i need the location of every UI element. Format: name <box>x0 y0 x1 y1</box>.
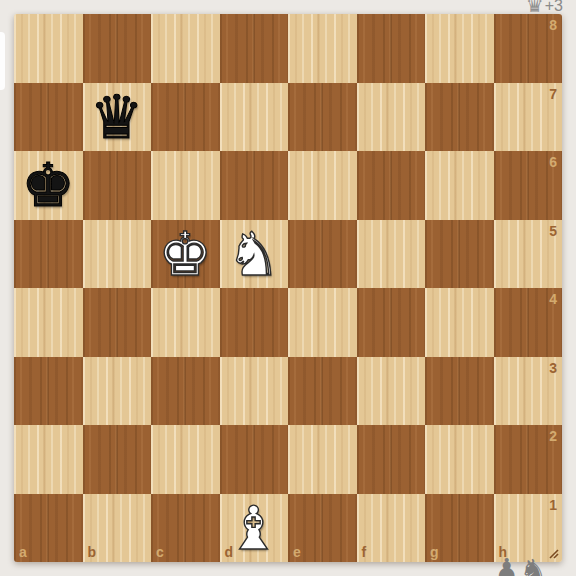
captured-pieces-bottom: ♟ ♞ <box>495 555 548 576</box>
rank-label-6: 6 <box>549 155 557 169</box>
square-f3[interactable] <box>357 357 426 426</box>
queen-icon: ♛ <box>526 0 544 15</box>
square-g8[interactable] <box>425 14 494 83</box>
square-b3[interactable] <box>83 357 152 426</box>
square-c3[interactable] <box>151 357 220 426</box>
black-king[interactable]: ♚ <box>14 151 83 220</box>
rank-label-3: 3 <box>549 361 557 375</box>
square-e6[interactable] <box>288 151 357 220</box>
square-h7[interactable]: 7 <box>494 83 563 152</box>
square-a1[interactable]: a <box>14 494 83 563</box>
pawn-icon: ♟ <box>495 555 518 576</box>
chess-board[interactable]: 8♛7♚6♚♞5432abcd♝efg1h <box>14 14 562 562</box>
rank-label-1: 1 <box>549 498 557 512</box>
square-c6[interactable] <box>151 151 220 220</box>
square-e1[interactable]: e <box>288 494 357 563</box>
square-d7[interactable] <box>220 83 289 152</box>
white-knight[interactable]: ♞ <box>220 220 289 289</box>
material-indicator-top: ♛ +3 <box>526 0 563 15</box>
square-a6[interactable]: ♚ <box>14 151 83 220</box>
square-d1[interactable]: d♝ <box>220 494 289 563</box>
square-h3[interactable]: 3 <box>494 357 563 426</box>
square-b1[interactable]: b <box>83 494 152 563</box>
file-label-a: a <box>19 545 27 559</box>
square-a7[interactable] <box>14 83 83 152</box>
square-d3[interactable] <box>220 357 289 426</box>
square-e3[interactable] <box>288 357 357 426</box>
square-h2[interactable]: 2 <box>494 425 563 494</box>
rank-label-5: 5 <box>549 224 557 238</box>
square-h8[interactable]: 8 <box>494 14 563 83</box>
square-e5[interactable] <box>288 220 357 289</box>
square-e8[interactable] <box>288 14 357 83</box>
rank-label-7: 7 <box>549 87 557 101</box>
square-c8[interactable] <box>151 14 220 83</box>
material-advantage-label: +3 <box>545 0 563 15</box>
square-h5[interactable]: 5 <box>494 220 563 289</box>
rank-label-2: 2 <box>549 429 557 443</box>
square-c4[interactable] <box>151 288 220 357</box>
square-a5[interactable] <box>14 220 83 289</box>
square-f5[interactable] <box>357 220 426 289</box>
square-g3[interactable] <box>425 357 494 426</box>
square-f4[interactable] <box>357 288 426 357</box>
square-f2[interactable] <box>357 425 426 494</box>
square-f8[interactable] <box>357 14 426 83</box>
square-c1[interactable]: c <box>151 494 220 563</box>
square-g5[interactable] <box>425 220 494 289</box>
square-g6[interactable] <box>425 151 494 220</box>
file-label-b: b <box>88 545 97 559</box>
file-label-f: f <box>362 545 367 559</box>
square-g1[interactable]: g <box>425 494 494 563</box>
rank-label-8: 8 <box>549 18 557 32</box>
square-b4[interactable] <box>83 288 152 357</box>
square-h4[interactable]: 4 <box>494 288 563 357</box>
black-queen[interactable]: ♛ <box>83 83 152 152</box>
square-a2[interactable] <box>14 425 83 494</box>
square-f7[interactable] <box>357 83 426 152</box>
square-f1[interactable]: f <box>357 494 426 563</box>
square-d4[interactable] <box>220 288 289 357</box>
square-c2[interactable] <box>151 425 220 494</box>
square-b6[interactable] <box>83 151 152 220</box>
square-a8[interactable] <box>14 14 83 83</box>
square-e2[interactable] <box>288 425 357 494</box>
square-b5[interactable] <box>83 220 152 289</box>
white-bishop[interactable]: ♝ <box>220 494 289 563</box>
white-king[interactable]: ♚ <box>151 220 220 289</box>
square-c5[interactable]: ♚ <box>151 220 220 289</box>
square-a4[interactable] <box>14 288 83 357</box>
square-f6[interactable] <box>357 151 426 220</box>
square-g2[interactable] <box>425 425 494 494</box>
square-g7[interactable] <box>425 83 494 152</box>
square-d2[interactable] <box>220 425 289 494</box>
file-label-g: g <box>430 545 439 559</box>
file-label-e: e <box>293 545 301 559</box>
page-edge-strip <box>0 32 5 90</box>
square-b8[interactable] <box>83 14 152 83</box>
knight-icon: ♞ <box>519 555 548 576</box>
square-e4[interactable] <box>288 288 357 357</box>
square-g4[interactable] <box>425 288 494 357</box>
square-h6[interactable]: 6 <box>494 151 563 220</box>
square-a3[interactable] <box>14 357 83 426</box>
rank-label-4: 4 <box>549 292 557 306</box>
square-b7[interactable]: ♛ <box>83 83 152 152</box>
square-d8[interactable] <box>220 14 289 83</box>
square-c7[interactable] <box>151 83 220 152</box>
square-b2[interactable] <box>83 425 152 494</box>
square-d6[interactable] <box>220 151 289 220</box>
square-d5[interactable]: ♞ <box>220 220 289 289</box>
file-label-c: c <box>156 545 164 559</box>
square-e7[interactable] <box>288 83 357 152</box>
